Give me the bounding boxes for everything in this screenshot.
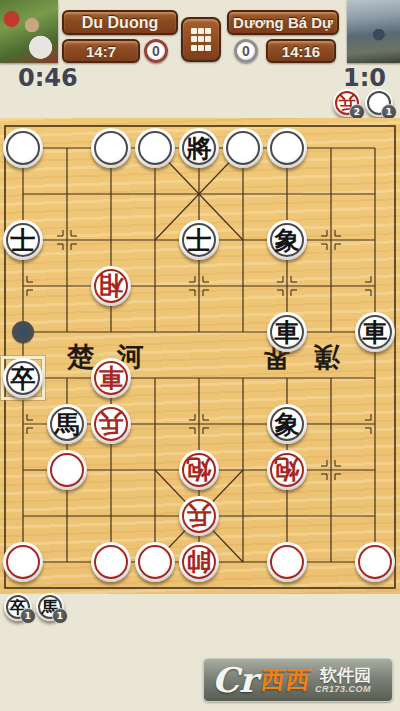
hidden-black-piece[interactable] — [223, 128, 263, 168]
black-general-glyph: 將 — [179, 128, 219, 168]
right-player-timer: 1:0 — [343, 64, 386, 92]
hidden-red-piece[interactable] — [355, 542, 395, 582]
piece-ring — [50, 453, 84, 487]
watermark-cr-logo: Cr — [212, 663, 257, 697]
captured-tray-bottom-left: 卒1馬1 — [4, 593, 68, 625]
piece-black-advisor[interactable]: 士 — [3, 220, 43, 260]
black-horse-glyph: 馬 — [47, 404, 87, 444]
right-player-badge: 0 — [234, 39, 258, 63]
piece-ring — [358, 545, 392, 579]
piece-ring — [94, 545, 128, 579]
left-player-name-plate: Du Duong — [62, 10, 178, 35]
xiangqi-board[interactable]: 楚河 漢界 將士士象相車車卒車馬兵象炮炮兵帥 — [0, 118, 400, 594]
hidden-black-piece[interactable] — [135, 128, 175, 168]
hidden-red-piece[interactable] — [267, 542, 307, 582]
piece-red-soldier: 兵2 — [333, 89, 361, 117]
captured-count-badge: 1 — [20, 608, 36, 624]
piece-black-horse: 馬1 — [36, 593, 64, 621]
move-origin-marker — [12, 321, 34, 343]
piece-red-elephant[interactable]: 相 — [91, 266, 131, 306]
watermark-url: CR173.COM — [315, 684, 371, 694]
right-player-score: 14:16 — [282, 43, 320, 60]
menu-button[interactable] — [181, 17, 221, 62]
piece-black-horse[interactable]: 馬 — [47, 404, 87, 444]
left-player-score-plate: 14:7 — [62, 39, 140, 63]
watermark-suffix: 软件园 — [320, 666, 371, 685]
captured-count-badge: 1 — [52, 608, 68, 624]
piece-black-soldier[interactable]: 卒 — [3, 358, 43, 398]
red-general-glyph: 帥 — [179, 542, 219, 582]
piece-ring — [138, 545, 172, 579]
right-player-avatar — [347, 0, 400, 63]
hidden-red-piece[interactable] — [3, 542, 43, 582]
piece-black-chariot[interactable]: 車 — [355, 312, 395, 352]
piece-ring — [270, 131, 304, 165]
red-cannon-glyph: 炮 — [267, 450, 307, 490]
piece-black-chariot[interactable]: 車 — [267, 312, 307, 352]
piece-red-soldier[interactable]: 兵 — [91, 404, 131, 444]
piece-ring — [6, 131, 40, 165]
piece-ring — [94, 131, 128, 165]
hidden-black-piece[interactable] — [3, 128, 43, 168]
piece-red-cannon[interactable]: 炮 — [179, 450, 219, 490]
black-chariot-glyph: 車 — [267, 312, 307, 352]
red-cannon-glyph: 炮 — [179, 450, 219, 490]
watermark-brand: 西西 — [259, 664, 313, 696]
left-player-score: 14:7 — [86, 43, 116, 60]
black-chariot-glyph: 車 — [355, 312, 395, 352]
app-root: { "game": "xiangqi-co-up-hidden-piece-va… — [0, 0, 400, 711]
piece-red-chariot[interactable]: 車 — [91, 358, 131, 398]
piece-ring — [138, 131, 172, 165]
left-player-avatar — [0, 0, 58, 63]
captured-tray-top-right: 兵21 — [333, 89, 397, 121]
red-soldier-glyph: 兵 — [179, 496, 219, 536]
menu-dot-icon — [191, 28, 197, 34]
piece-black-elephant[interactable]: 象 — [267, 220, 307, 260]
left-player-badge: 0 — [144, 39, 168, 63]
piece-black-soldier: 卒1 — [4, 593, 32, 621]
piece-red-general[interactable]: 帥 — [179, 542, 219, 582]
left-player-name: Du Duong — [82, 14, 158, 32]
red-soldier-glyph: 兵 — [91, 404, 131, 444]
piece-red-cannon[interactable]: 炮 — [267, 450, 307, 490]
piece-black-elephant[interactable]: 象 — [267, 404, 307, 444]
piece-ring — [226, 131, 260, 165]
black-elephant-glyph: 象 — [267, 220, 307, 260]
black-advisor-glyph: 士 — [3, 220, 43, 260]
black-soldier-glyph: 卒 — [3, 358, 43, 398]
right-player-name: Dương Bá Dự — [233, 14, 333, 31]
hidden-red-piece[interactable] — [135, 542, 175, 582]
hidden-red-piece[interactable] — [91, 542, 131, 582]
hidden-black-piece[interactable] — [91, 128, 131, 168]
right-player-score-plate: 14:16 — [266, 39, 336, 63]
hidden-black-piece: 1 — [365, 89, 393, 117]
piece-ring — [6, 545, 40, 579]
black-elephant-glyph: 象 — [267, 404, 307, 444]
hidden-black-piece[interactable] — [267, 128, 307, 168]
red-chariot-glyph: 車 — [91, 358, 131, 398]
red-elephant-glyph: 相 — [91, 266, 131, 306]
watermark: Cr 西西 软件园 CR173.COM — [203, 658, 393, 702]
piece-red-soldier[interactable]: 兵 — [179, 496, 219, 536]
black-advisor-glyph: 士 — [179, 220, 219, 260]
piece-ring — [270, 545, 304, 579]
right-player-name-plate: Dương Bá Dự — [227, 10, 339, 35]
left-player-timer: 0:46 — [18, 64, 78, 92]
piece-black-advisor[interactable]: 士 — [179, 220, 219, 260]
hidden-red-piece[interactable] — [47, 450, 87, 490]
piece-black-general[interactable]: 將 — [179, 128, 219, 168]
